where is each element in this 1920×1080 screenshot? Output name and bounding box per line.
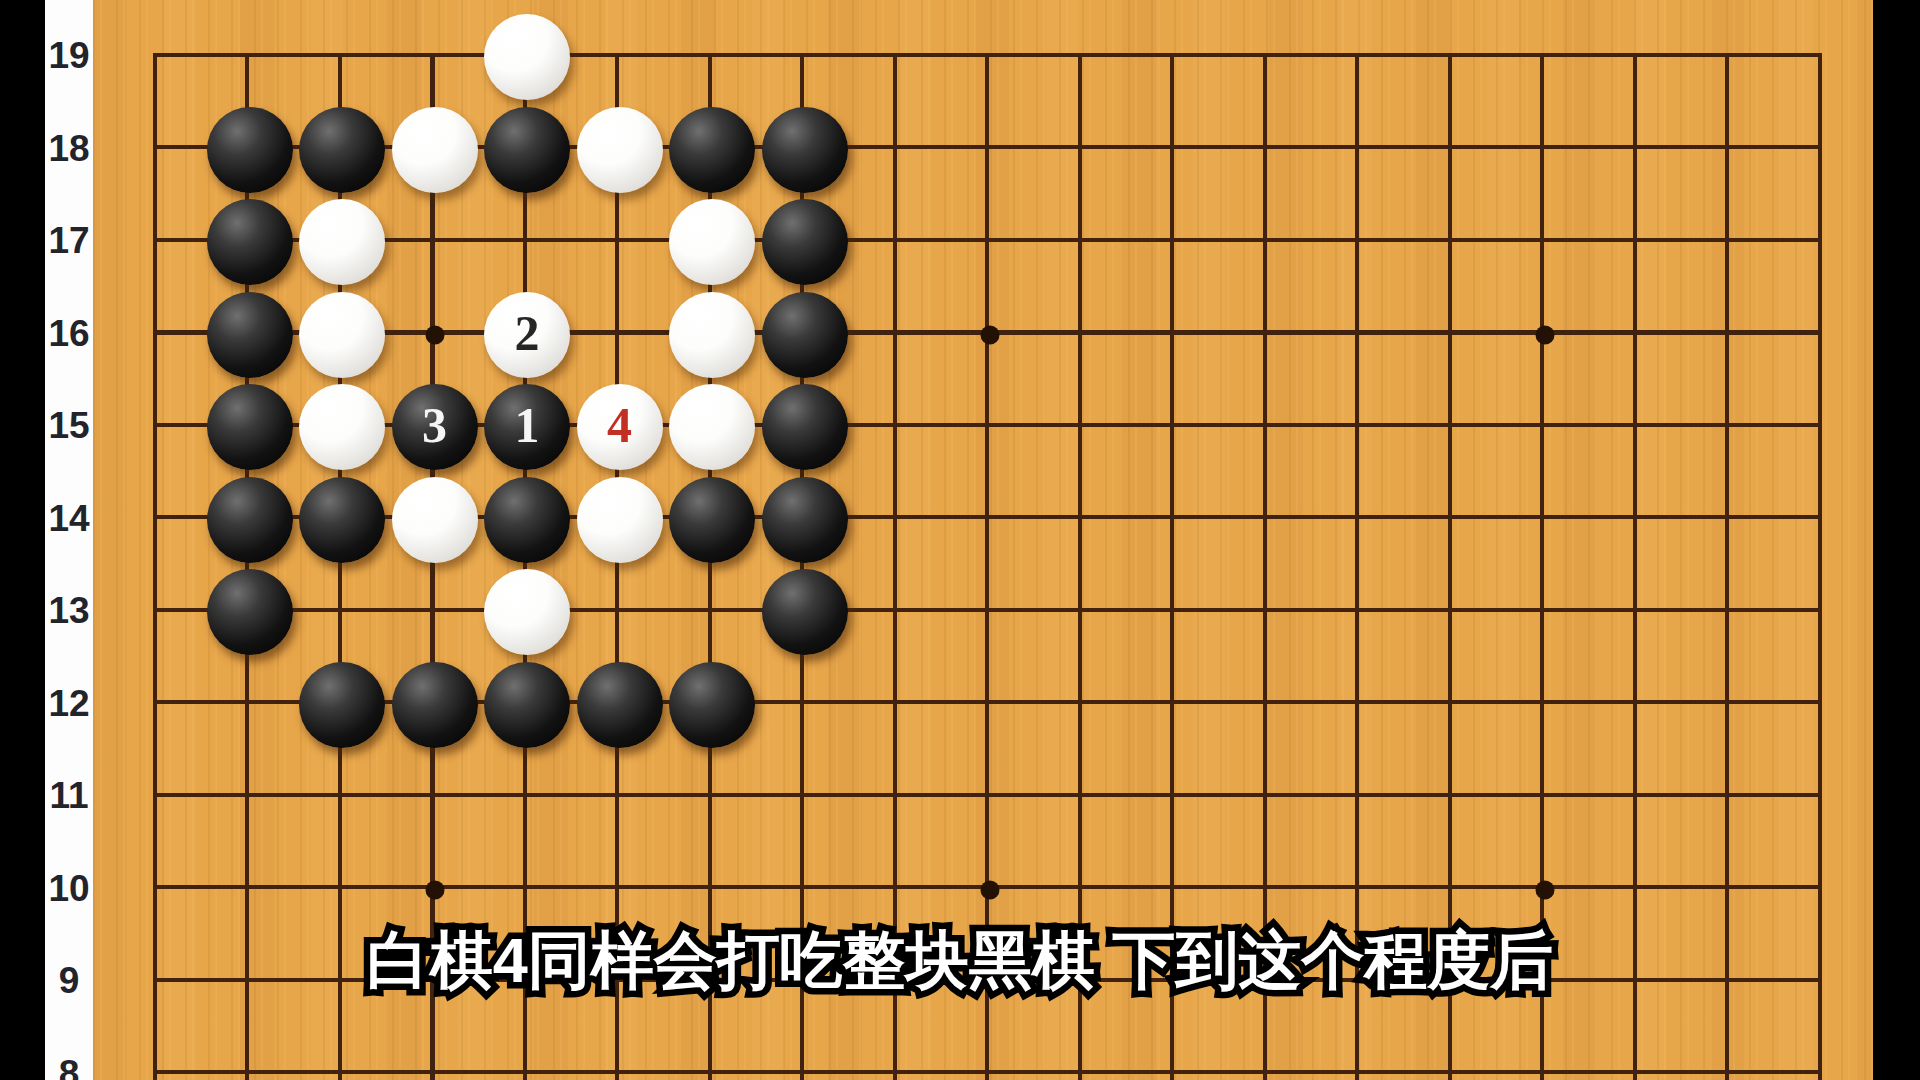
star-point <box>1535 880 1554 899</box>
stone-black <box>299 477 385 563</box>
coordinate-strip: 1918171615141312111098 <box>45 0 93 1080</box>
stone-black <box>669 477 755 563</box>
row-label-19: 19 <box>45 37 93 74</box>
stone-black <box>299 662 385 748</box>
go-board: 2314 <box>93 0 1873 1080</box>
star-point <box>1535 325 1554 344</box>
stone-black <box>762 477 848 563</box>
stone-black <box>577 662 663 748</box>
star-point <box>425 325 444 344</box>
stone-black <box>207 292 293 378</box>
stone-black-move-1: 1 <box>484 384 570 470</box>
stone-black <box>762 569 848 655</box>
move-number: 2 <box>515 308 540 358</box>
subtitle-text: 白棋4同样会打吃整块黑棋 下到这个程度后 <box>0 922 1920 998</box>
row-label-18: 18 <box>45 129 93 166</box>
stone-white-move-4: 4 <box>577 384 663 470</box>
row-label-12: 12 <box>45 684 93 721</box>
stone-white <box>299 292 385 378</box>
stone-black <box>484 662 570 748</box>
stone-black <box>762 384 848 470</box>
stone-black <box>484 477 570 563</box>
stone-black <box>484 107 570 193</box>
stone-black <box>207 107 293 193</box>
stone-white <box>299 384 385 470</box>
row-label-17: 17 <box>45 222 93 259</box>
star-point <box>980 880 999 899</box>
stone-black <box>207 569 293 655</box>
subtitle: 白棋4同样会打吃整块黑棋 下到这个程度后 白棋4同样会打吃整块黑棋 下到这个程度… <box>0 922 1920 1002</box>
stone-white <box>484 569 570 655</box>
row-label-8: 8 <box>45 1054 93 1080</box>
stone-black <box>207 477 293 563</box>
move-number: 1 <box>515 400 540 450</box>
row-label-14: 14 <box>45 499 93 536</box>
stone-black <box>669 107 755 193</box>
stone-white <box>392 477 478 563</box>
row-label-15: 15 <box>45 407 93 444</box>
stone-black <box>762 107 848 193</box>
stone-black <box>762 292 848 378</box>
letterbox-left <box>0 0 45 1080</box>
move-number: 4 <box>607 400 632 450</box>
stone-white <box>577 477 663 563</box>
stone-black <box>669 662 755 748</box>
stone-black <box>392 662 478 748</box>
stone-white <box>392 107 478 193</box>
row-label-10: 10 <box>45 869 93 906</box>
row-label-11: 11 <box>45 777 93 814</box>
stone-black <box>207 384 293 470</box>
stone-black-move-3: 3 <box>392 384 478 470</box>
stone-black <box>299 107 385 193</box>
stone-white-move-2: 2 <box>484 292 570 378</box>
move-number: 3 <box>422 400 447 450</box>
stone-white <box>484 14 570 100</box>
stone-white <box>669 292 755 378</box>
stone-black <box>762 199 848 285</box>
row-label-16: 16 <box>45 314 93 351</box>
stone-white <box>669 384 755 470</box>
star-point <box>425 880 444 899</box>
stone-white <box>669 199 755 285</box>
stone-white <box>299 199 385 285</box>
stone-black <box>207 199 293 285</box>
letterbox-right <box>1873 0 1920 1080</box>
stone-white <box>577 107 663 193</box>
row-label-13: 13 <box>45 592 93 629</box>
star-point <box>980 325 999 344</box>
